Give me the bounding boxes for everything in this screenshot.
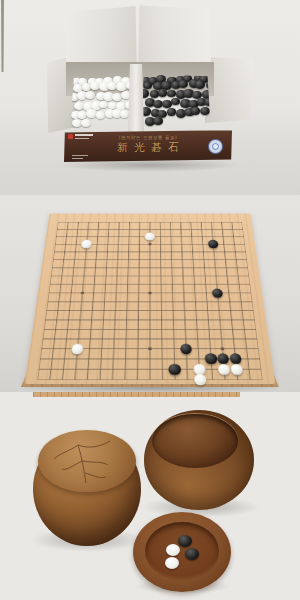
boxed-stone-black (195, 80, 206, 89)
go-board (25, 214, 275, 385)
lid-tray-recess (145, 522, 219, 580)
go-stone-white (145, 233, 155, 241)
boxed-stone-white (85, 91, 95, 99)
go-stone-white (194, 374, 207, 385)
white-stone-compartment (70, 72, 134, 132)
boxed-stone-black (200, 107, 210, 115)
boxed-stone-black (153, 117, 162, 125)
go-stone-black (205, 353, 218, 364)
go-stone-black (208, 240, 219, 248)
tray-stone-black (185, 548, 199, 560)
go-board-photo (0, 195, 300, 392)
board-stones (37, 222, 262, 380)
open-go-bowl-interior (152, 414, 238, 468)
black-stone-compartment (141, 70, 211, 132)
boxed-stone-black (191, 107, 200, 115)
go-bowls-photo (0, 392, 300, 600)
tray-stone-white (166, 544, 180, 556)
stone-box-photo: (변치않는 오랜전통 품질) 新光碁石 (0, 0, 300, 195)
certification-stamp-icon (208, 139, 223, 154)
boxed-stone-black (167, 108, 176, 115)
go-set-product-photo: (변치않는 오랜전통 품질) 新光碁石 (0, 0, 300, 600)
box-subtitle: (변치않는 오랜전통 품질) (64, 135, 232, 140)
box-front-label: (변치않는 오랜전통 품질) 新光碁石 (64, 130, 232, 162)
lid-engraving-art (48, 437, 126, 489)
boxed-stone-black (158, 89, 167, 97)
boxed-stone-white (96, 111, 105, 119)
board-edge-remnant (33, 392, 240, 397)
board-grid (37, 222, 262, 380)
boxed-stone-black (167, 90, 176, 98)
boxed-stone-white (81, 119, 91, 127)
go-stone-white (81, 240, 92, 248)
go-stone-black (180, 343, 192, 354)
lid-tray (133, 512, 231, 592)
boxed-stone-black (178, 80, 188, 88)
boxed-stone-black (171, 98, 180, 106)
go-stone-white (230, 364, 243, 375)
go-stone-white (71, 343, 84, 354)
boxed-stone-white (99, 101, 108, 108)
boxed-stone-white (116, 82, 127, 91)
go-stone-white (218, 364, 231, 375)
box-title: 新光碁石 (64, 142, 232, 154)
maker-small-text (72, 155, 88, 159)
box-divider (128, 64, 144, 132)
go-stone-black (212, 288, 224, 297)
go-stone-black (169, 364, 181, 375)
tray-stone-white (165, 557, 179, 569)
box-flap-gap (0, 0, 5, 72)
tray-stone-black (178, 535, 192, 547)
boxed-stone-white (120, 110, 129, 118)
